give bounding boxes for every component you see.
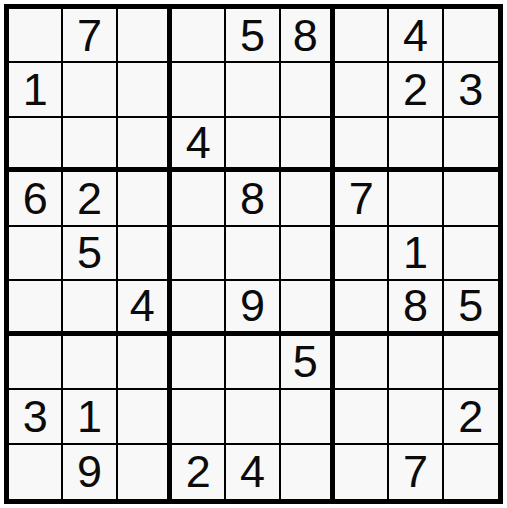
cell-r8c7-empty[interactable]	[335, 390, 389, 444]
cell-r5c8-given[interactable]: 1	[389, 227, 443, 281]
cell-r4c9-empty[interactable]	[444, 172, 498, 226]
cell-r4c3-empty[interactable]	[118, 172, 172, 226]
cell-r6c7-empty[interactable]	[335, 281, 389, 335]
cell-r6c4-empty[interactable]	[172, 281, 226, 335]
cell-r6c8-given[interactable]: 8	[389, 281, 443, 335]
cell-r9c4-given[interactable]: 2	[172, 445, 226, 499]
cell-r4c6-empty[interactable]	[281, 172, 335, 226]
cell-r2c2-empty[interactable]	[63, 63, 117, 117]
cell-r4c5-given[interactable]: 8	[226, 172, 280, 226]
cell-r2c6-empty[interactable]	[281, 63, 335, 117]
cell-r8c3-empty[interactable]	[118, 390, 172, 444]
cell-r8c2-given[interactable]: 1	[63, 390, 117, 444]
cell-r6c6-empty[interactable]	[281, 281, 335, 335]
cell-r9c3-empty[interactable]	[118, 445, 172, 499]
cell-r2c5-empty[interactable]	[226, 63, 280, 117]
cell-r3c4-given[interactable]: 4	[172, 118, 226, 172]
cell-r2c4-empty[interactable]	[172, 63, 226, 117]
cell-r1c3-empty[interactable]	[118, 9, 172, 63]
cell-r1c7-empty[interactable]	[335, 9, 389, 63]
cell-r6c1-empty[interactable]	[9, 281, 63, 335]
cell-r7c4-empty[interactable]	[172, 336, 226, 390]
cell-r4c4-empty[interactable]	[172, 172, 226, 226]
cell-r1c5-given[interactable]: 5	[226, 9, 280, 63]
cell-r7c9-empty[interactable]	[444, 336, 498, 390]
cell-r9c8-given[interactable]: 7	[389, 445, 443, 499]
cell-r9c1-empty[interactable]	[9, 445, 63, 499]
cell-r3c3-empty[interactable]	[118, 118, 172, 172]
sudoku-board: 75841234628751498553129247	[4, 4, 503, 504]
cell-r3c1-empty[interactable]	[9, 118, 63, 172]
cell-r3c8-empty[interactable]	[389, 118, 443, 172]
cell-r3c9-empty[interactable]	[444, 118, 498, 172]
cell-r6c5-given[interactable]: 9	[226, 281, 280, 335]
cell-r5c2-given[interactable]: 5	[63, 227, 117, 281]
cell-r6c9-given[interactable]: 5	[444, 281, 498, 335]
cell-r8c5-empty[interactable]	[226, 390, 280, 444]
cell-r2c9-given[interactable]: 3	[444, 63, 498, 117]
cell-r9c6-empty[interactable]	[281, 445, 335, 499]
cell-r5c1-empty[interactable]	[9, 227, 63, 281]
cell-r5c5-empty[interactable]	[226, 227, 280, 281]
cell-r8c8-empty[interactable]	[389, 390, 443, 444]
cell-r3c7-empty[interactable]	[335, 118, 389, 172]
cell-r4c7-given[interactable]: 7	[335, 172, 389, 226]
cell-r7c2-empty[interactable]	[63, 336, 117, 390]
cell-r9c7-empty[interactable]	[335, 445, 389, 499]
cell-r7c1-empty[interactable]	[9, 336, 63, 390]
cell-r5c4-empty[interactable]	[172, 227, 226, 281]
cell-r9c2-given[interactable]: 9	[63, 445, 117, 499]
cell-r1c4-empty[interactable]	[172, 9, 226, 63]
cell-r7c5-empty[interactable]	[226, 336, 280, 390]
cell-r8c6-empty[interactable]	[281, 390, 335, 444]
cell-r5c3-empty[interactable]	[118, 227, 172, 281]
cell-r8c1-given[interactable]: 3	[9, 390, 63, 444]
cell-r5c6-empty[interactable]	[281, 227, 335, 281]
cell-r7c8-empty[interactable]	[389, 336, 443, 390]
sudoku-page: 75841234628751498553129247	[0, 0, 507, 508]
cell-r8c9-given[interactable]: 2	[444, 390, 498, 444]
cell-r2c8-given[interactable]: 2	[389, 63, 443, 117]
cell-r7c7-empty[interactable]	[335, 336, 389, 390]
cell-r9c9-empty[interactable]	[444, 445, 498, 499]
cell-r9c5-given[interactable]: 4	[226, 445, 280, 499]
cell-r6c3-given[interactable]: 4	[118, 281, 172, 335]
cell-r7c3-empty[interactable]	[118, 336, 172, 390]
cell-r2c7-empty[interactable]	[335, 63, 389, 117]
cell-r2c3-empty[interactable]	[118, 63, 172, 117]
cell-r6c2-empty[interactable]	[63, 281, 117, 335]
cell-r4c8-empty[interactable]	[389, 172, 443, 226]
cell-r1c1-empty[interactable]	[9, 9, 63, 63]
cell-r3c5-empty[interactable]	[226, 118, 280, 172]
cell-r8c4-empty[interactable]	[172, 390, 226, 444]
cell-r3c2-empty[interactable]	[63, 118, 117, 172]
cell-r5c9-empty[interactable]	[444, 227, 498, 281]
cell-r5c7-empty[interactable]	[335, 227, 389, 281]
cell-r4c1-given[interactable]: 6	[9, 172, 63, 226]
cell-r1c9-empty[interactable]	[444, 9, 498, 63]
cell-r4c2-given[interactable]: 2	[63, 172, 117, 226]
cell-r3c6-empty[interactable]	[281, 118, 335, 172]
cell-r1c2-given[interactable]: 7	[63, 9, 117, 63]
cell-r2c1-given[interactable]: 1	[9, 63, 63, 117]
cell-r7c6-given[interactable]: 5	[281, 336, 335, 390]
cell-r1c8-given[interactable]: 4	[389, 9, 443, 63]
cell-r1c6-given[interactable]: 8	[281, 9, 335, 63]
